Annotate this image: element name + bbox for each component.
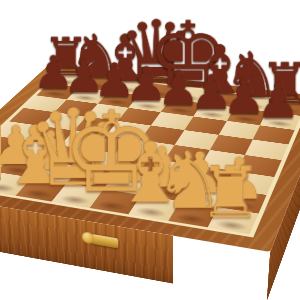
piece-white-rook-h1[interactable]: ♜ [199, 157, 262, 228]
chess-board: ♜♞♝♛♚♝♞♜♟♟♟♟♟♟♟♟♟♟♟♟♟♟♟♟♜♞♝♛♚♝♞♜ [0, 72, 300, 234]
latch-knob [82, 231, 94, 244]
square-f6[interactable] [184, 116, 226, 135]
brass-latch-icon [92, 233, 118, 247]
folding-chess-box: ♜♞♝♛♚♝♞♜♟♟♟♟♟♟♟♟♟♟♟♟♟♟♟♟♜♞♝♛♚♝♞♜ [0, 63, 300, 252]
piece-black-pawn-h7[interactable]: ♟ [257, 77, 300, 125]
board-scene: ♜♞♝♛♚♝♞♜♟♟♟♟♟♟♟♟♟♟♟♟♟♟♟♟♜♞♝♛♚♝♞♜ [0, 0, 300, 300]
square-h1[interactable]: ♜ [208, 207, 258, 234]
board-border-line: ♜♞♝♛♚♝♞♜♟♟♟♟♟♟♟♟♟♟♟♟♟♟♟♟♜♞♝♛♚♝♞♜ [0, 70, 300, 237]
chess-set-photo: ♜♞♝♛♚♝♞♜♟♟♟♟♟♟♟♟♟♟♟♟♟♟♟♟♜♞♝♛♚♝♞♜ [0, 0, 300, 300]
